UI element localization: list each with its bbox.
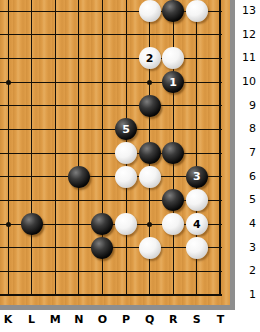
grid-line-col-K bbox=[8, 0, 9, 296]
row-label-1: 1 bbox=[234, 288, 256, 302]
black-stone-L4 bbox=[21, 213, 43, 235]
white-stone-Q6 bbox=[139, 166, 161, 188]
star-point-Q4 bbox=[147, 222, 152, 227]
col-label-R: R bbox=[162, 313, 184, 327]
row-label-10: 10 bbox=[234, 75, 256, 89]
row-label-5: 5 bbox=[234, 193, 256, 207]
black-stone-Q7 bbox=[139, 142, 161, 164]
grid-line-row-9 bbox=[0, 105, 222, 106]
grid-line-col-L bbox=[31, 0, 32, 296]
star-point-K4 bbox=[6, 222, 11, 227]
star-point-K10 bbox=[6, 80, 11, 85]
row-label-11: 11 bbox=[234, 51, 256, 65]
col-label-P: P bbox=[115, 313, 137, 327]
go-board-surface[interactable]: 21534 bbox=[0, 0, 235, 310]
row-label-7: 7 bbox=[234, 146, 256, 160]
grid-line-row-1 bbox=[0, 294, 222, 296]
black-stone-N6 bbox=[68, 166, 90, 188]
black-stone-S6: 3 bbox=[186, 166, 208, 188]
row-label-3: 3 bbox=[234, 241, 256, 255]
col-label-T: T bbox=[209, 313, 231, 327]
star-point-Q10 bbox=[147, 80, 152, 85]
row-label-12: 12 bbox=[234, 28, 256, 42]
row-label-9: 9 bbox=[234, 99, 256, 113]
white-stone-Q13 bbox=[139, 0, 161, 22]
black-stone-P8: 5 bbox=[115, 118, 137, 140]
white-stone-S5 bbox=[186, 189, 208, 211]
grid-line-col-T bbox=[219, 0, 221, 296]
grid-line-col-M bbox=[55, 0, 56, 296]
col-label-K: K bbox=[0, 313, 19, 327]
white-stone-R11 bbox=[162, 47, 184, 69]
white-stone-P7 bbox=[115, 142, 137, 164]
grid-line-row-11 bbox=[0, 58, 222, 59]
row-label-4: 4 bbox=[234, 217, 256, 231]
col-label-L: L bbox=[21, 313, 43, 327]
black-stone-R10: 1 bbox=[162, 71, 184, 93]
grid-line-row-12 bbox=[0, 34, 222, 35]
white-stone-P6 bbox=[115, 166, 137, 188]
row-label-6: 6 bbox=[234, 170, 256, 184]
move-number-2: 2 bbox=[146, 53, 154, 64]
white-stone-P4 bbox=[115, 213, 137, 235]
black-stone-O3 bbox=[91, 237, 113, 259]
move-number-5: 5 bbox=[122, 124, 130, 135]
col-label-M: M bbox=[44, 313, 66, 327]
row-label-8: 8 bbox=[234, 122, 256, 136]
grid-line-col-N bbox=[78, 0, 79, 296]
move-number-1: 1 bbox=[169, 77, 177, 88]
move-number-3: 3 bbox=[193, 171, 201, 182]
black-stone-O4 bbox=[91, 213, 113, 235]
col-label-Q: Q bbox=[139, 313, 161, 327]
grid-line-row-2 bbox=[0, 271, 222, 272]
white-stone-S13 bbox=[186, 0, 208, 22]
black-stone-R5 bbox=[162, 189, 184, 211]
black-stone-R7 bbox=[162, 142, 184, 164]
col-label-S: S bbox=[186, 313, 208, 327]
grid-line-row-8 bbox=[0, 129, 222, 130]
white-stone-S3 bbox=[186, 237, 208, 259]
col-label-O: O bbox=[91, 313, 113, 327]
row-label-13: 13 bbox=[234, 4, 256, 18]
black-stone-Q9 bbox=[139, 95, 161, 117]
black-stone-R13 bbox=[162, 0, 184, 22]
row-label-2: 2 bbox=[234, 264, 256, 278]
grid-line-row-10 bbox=[0, 82, 222, 83]
move-number-4: 4 bbox=[193, 219, 201, 230]
white-stone-Q11: 2 bbox=[139, 47, 161, 69]
grid-line-row-7 bbox=[0, 153, 222, 154]
white-stone-Q3 bbox=[139, 237, 161, 259]
white-stone-R4 bbox=[162, 213, 184, 235]
go-diagram: 21534 13121110987654321KLMNOPQRST bbox=[0, 0, 260, 332]
col-label-N: N bbox=[68, 313, 90, 327]
white-stone-S4: 4 bbox=[186, 213, 208, 235]
